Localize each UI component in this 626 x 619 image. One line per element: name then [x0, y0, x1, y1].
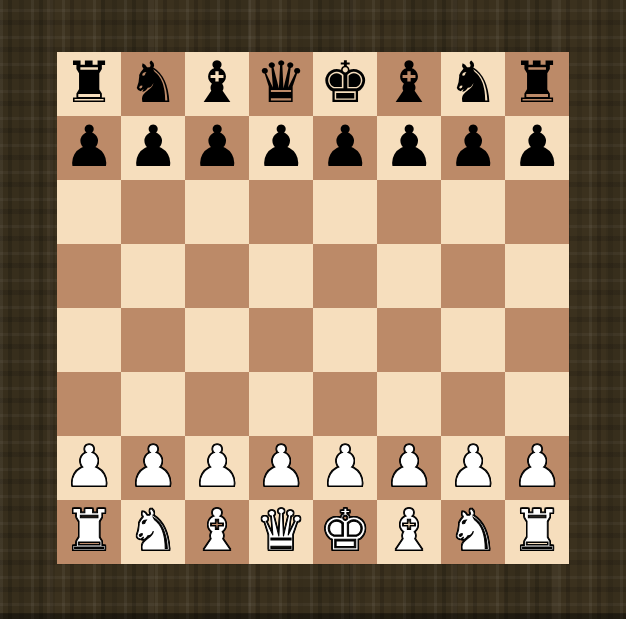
piece-black-rook[interactable]: ♜ — [63, 54, 114, 114]
piece-black-queen[interactable]: ♛ — [255, 54, 306, 114]
piece-white-bishop[interactable]: ♝ — [383, 502, 434, 562]
piece-black-pawn[interactable]: ♟ — [255, 118, 306, 178]
square-d8[interactable]: ♛ — [249, 52, 313, 116]
square-f5[interactable] — [377, 244, 441, 308]
piece-black-pawn[interactable]: ♟ — [383, 118, 434, 178]
piece-black-pawn[interactable]: ♟ — [319, 118, 370, 178]
square-e1[interactable]: ♚ — [313, 500, 377, 564]
square-a4[interactable] — [57, 308, 121, 372]
square-b3[interactable] — [121, 372, 185, 436]
square-e3[interactable] — [313, 372, 377, 436]
square-e7[interactable]: ♟ — [313, 116, 377, 180]
square-f4[interactable] — [377, 308, 441, 372]
square-b1[interactable]: ♞ — [121, 500, 185, 564]
square-g8[interactable]: ♞ — [441, 52, 505, 116]
square-g3[interactable] — [441, 372, 505, 436]
square-b7[interactable]: ♟ — [121, 116, 185, 180]
square-b8[interactable]: ♞ — [121, 52, 185, 116]
square-b4[interactable] — [121, 308, 185, 372]
square-c1[interactable]: ♝ — [185, 500, 249, 564]
square-a7[interactable]: ♟ — [57, 116, 121, 180]
square-c4[interactable] — [185, 308, 249, 372]
chess-board: ♜♞♝♛♚♝♞♜♟♟♟♟♟♟♟♟♟♟♟♟♟♟♟♟♜♞♝♛♚♝♞♜ — [57, 52, 569, 564]
square-a5[interactable] — [57, 244, 121, 308]
square-e8[interactable]: ♚ — [313, 52, 377, 116]
square-f2[interactable]: ♟ — [377, 436, 441, 500]
piece-white-pawn[interactable]: ♟ — [255, 438, 306, 498]
square-h1[interactable]: ♜ — [505, 500, 569, 564]
square-a2[interactable]: ♟ — [57, 436, 121, 500]
square-g1[interactable]: ♞ — [441, 500, 505, 564]
square-c2[interactable]: ♟ — [185, 436, 249, 500]
piece-white-knight[interactable]: ♞ — [127, 502, 178, 562]
square-d1[interactable]: ♛ — [249, 500, 313, 564]
square-a6[interactable] — [57, 180, 121, 244]
square-b5[interactable] — [121, 244, 185, 308]
square-e4[interactable] — [313, 308, 377, 372]
piece-black-knight[interactable]: ♞ — [127, 54, 178, 114]
square-b2[interactable]: ♟ — [121, 436, 185, 500]
piece-black-pawn[interactable]: ♟ — [191, 118, 242, 178]
piece-black-pawn[interactable]: ♟ — [127, 118, 178, 178]
piece-white-pawn[interactable]: ♟ — [511, 438, 562, 498]
square-c7[interactable]: ♟ — [185, 116, 249, 180]
square-h8[interactable]: ♜ — [505, 52, 569, 116]
piece-white-rook[interactable]: ♜ — [511, 502, 562, 562]
square-a3[interactable] — [57, 372, 121, 436]
square-g4[interactable] — [441, 308, 505, 372]
square-c5[interactable] — [185, 244, 249, 308]
square-a8[interactable]: ♜ — [57, 52, 121, 116]
square-h3[interactable] — [505, 372, 569, 436]
piece-black-bishop[interactable]: ♝ — [383, 54, 434, 114]
piece-white-queen[interactable]: ♛ — [255, 502, 306, 562]
square-d5[interactable] — [249, 244, 313, 308]
piece-white-bishop[interactable]: ♝ — [191, 502, 242, 562]
piece-black-king[interactable]: ♚ — [319, 54, 370, 114]
piece-black-pawn[interactable]: ♟ — [63, 118, 114, 178]
square-d3[interactable] — [249, 372, 313, 436]
square-g5[interactable] — [441, 244, 505, 308]
square-h2[interactable]: ♟ — [505, 436, 569, 500]
square-g2[interactable]: ♟ — [441, 436, 505, 500]
piece-black-knight[interactable]: ♞ — [447, 54, 498, 114]
square-c8[interactable]: ♝ — [185, 52, 249, 116]
square-e5[interactable] — [313, 244, 377, 308]
square-a1[interactable]: ♜ — [57, 500, 121, 564]
square-h5[interactable] — [505, 244, 569, 308]
square-c6[interactable] — [185, 180, 249, 244]
square-f3[interactable] — [377, 372, 441, 436]
piece-white-knight[interactable]: ♞ — [447, 502, 498, 562]
square-c3[interactable] — [185, 372, 249, 436]
piece-white-pawn[interactable]: ♟ — [383, 438, 434, 498]
square-e2[interactable]: ♟ — [313, 436, 377, 500]
square-d4[interactable] — [249, 308, 313, 372]
square-g7[interactable]: ♟ — [441, 116, 505, 180]
square-e6[interactable] — [313, 180, 377, 244]
piece-white-pawn[interactable]: ♟ — [191, 438, 242, 498]
square-f7[interactable]: ♟ — [377, 116, 441, 180]
square-h6[interactable] — [505, 180, 569, 244]
square-f1[interactable]: ♝ — [377, 500, 441, 564]
square-g6[interactable] — [441, 180, 505, 244]
piece-white-pawn[interactable]: ♟ — [63, 438, 114, 498]
square-d6[interactable] — [249, 180, 313, 244]
square-b6[interactable] — [121, 180, 185, 244]
square-h7[interactable]: ♟ — [505, 116, 569, 180]
square-d7[interactable]: ♟ — [249, 116, 313, 180]
piece-black-rook[interactable]: ♜ — [511, 54, 562, 114]
piece-white-pawn[interactable]: ♟ — [127, 438, 178, 498]
board-frame: ♜♞♝♛♚♝♞♜♟♟♟♟♟♟♟♟♟♟♟♟♟♟♟♟♜♞♝♛♚♝♞♜ — [0, 0, 626, 619]
square-h4[interactable] — [505, 308, 569, 372]
square-d2[interactable]: ♟ — [249, 436, 313, 500]
piece-black-bishop[interactable]: ♝ — [191, 54, 242, 114]
square-f6[interactable] — [377, 180, 441, 244]
piece-black-pawn[interactable]: ♟ — [447, 118, 498, 178]
piece-white-rook[interactable]: ♜ — [63, 502, 114, 562]
piece-white-king[interactable]: ♚ — [319, 502, 370, 562]
piece-white-pawn[interactable]: ♟ — [319, 438, 370, 498]
square-f8[interactable]: ♝ — [377, 52, 441, 116]
piece-black-pawn[interactable]: ♟ — [511, 118, 562, 178]
piece-white-pawn[interactable]: ♟ — [447, 438, 498, 498]
